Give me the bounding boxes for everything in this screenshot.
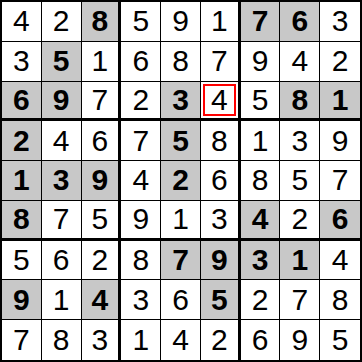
cell-r9c1[interactable]: 7	[2, 320, 42, 360]
cell-r3c1[interactable]: 6	[2, 82, 42, 122]
cell-r9c8[interactable]: 9	[280, 320, 320, 360]
cell-r8c1[interactable]: 9	[2, 280, 42, 320]
cell-r4c5[interactable]: 5	[161, 121, 201, 161]
cell-r8c7[interactable]: 2	[241, 280, 281, 320]
cell-r6c7[interactable]: 4	[241, 201, 281, 241]
cell-r6c9[interactable]: 6	[320, 201, 360, 241]
cell-r2c5[interactable]: 8	[161, 42, 201, 82]
cell-r1c6[interactable]: 1	[201, 2, 241, 42]
cell-r6c6[interactable]: 3	[201, 201, 241, 241]
cell-r9c9[interactable]: 5	[320, 320, 360, 360]
cell-r1c9[interactable]: 3	[320, 2, 360, 42]
cell-r3c6[interactable]: 4	[201, 82, 241, 122]
cell-r2c7[interactable]: 9	[241, 42, 281, 82]
cell-r9c3[interactable]: 3	[82, 320, 122, 360]
cell-r2c9[interactable]: 2	[320, 42, 360, 82]
cell-r9c5[interactable]: 4	[161, 320, 201, 360]
cell-r5c8[interactable]: 5	[280, 161, 320, 201]
cell-r9c2[interactable]: 8	[42, 320, 82, 360]
cell-r4c6[interactable]: 8	[201, 121, 241, 161]
cell-r3c2[interactable]: 9	[42, 82, 82, 122]
cell-r6c2[interactable]: 7	[42, 201, 82, 241]
cell-r9c4[interactable]: 1	[121, 320, 161, 360]
cell-r7c7[interactable]: 3	[241, 241, 281, 281]
cell-r1c1[interactable]: 4	[2, 2, 42, 42]
cell-r9c6[interactable]: 2	[201, 320, 241, 360]
cell-r4c2[interactable]: 4	[42, 121, 82, 161]
cell-r4c8[interactable]: 3	[280, 121, 320, 161]
cell-r5c5[interactable]: 2	[161, 161, 201, 201]
cell-r6c8[interactable]: 2	[280, 201, 320, 241]
cell-r4c7[interactable]: 1	[241, 121, 281, 161]
cell-r6c4[interactable]: 9	[121, 201, 161, 241]
cell-r8c4[interactable]: 3	[121, 280, 161, 320]
cell-r5c1[interactable]: 1	[2, 161, 42, 201]
cell-r1c4[interactable]: 5	[121, 2, 161, 42]
cell-r7c5[interactable]: 7	[161, 241, 201, 281]
cell-r7c8[interactable]: 1	[280, 241, 320, 281]
cell-r8c8[interactable]: 7	[280, 280, 320, 320]
cell-r2c8[interactable]: 4	[280, 42, 320, 82]
cell-r3c4[interactable]: 2	[121, 82, 161, 122]
cell-r2c1[interactable]: 3	[2, 42, 42, 82]
cell-r3c3[interactable]: 7	[82, 82, 122, 122]
cell-r8c3[interactable]: 4	[82, 280, 122, 320]
cell-r1c8[interactable]: 6	[280, 2, 320, 42]
cell-r9c7[interactable]: 6	[241, 320, 281, 360]
cell-r4c1[interactable]: 2	[2, 121, 42, 161]
cell-r4c3[interactable]: 6	[82, 121, 122, 161]
cell-r7c6[interactable]: 9	[201, 241, 241, 281]
cell-r3c8[interactable]: 8	[280, 82, 320, 122]
cell-r6c1[interactable]: 8	[2, 201, 42, 241]
cell-r2c6[interactable]: 7	[201, 42, 241, 82]
cell-r1c7[interactable]: 7	[241, 2, 281, 42]
cell-r1c3[interactable]: 8	[82, 2, 122, 42]
cell-r7c3[interactable]: 2	[82, 241, 122, 281]
cell-r2c3[interactable]: 1	[82, 42, 122, 82]
cell-r7c1[interactable]: 5	[2, 241, 42, 281]
cell-r3c5[interactable]: 3	[161, 82, 201, 122]
cell-r8c5[interactable]: 6	[161, 280, 201, 320]
cell-r5c4[interactable]: 4	[121, 161, 161, 201]
cell-r3c9[interactable]: 1	[320, 82, 360, 122]
cell-r7c9[interactable]: 4	[320, 241, 360, 281]
cell-r8c9[interactable]: 8	[320, 280, 360, 320]
cell-r6c3[interactable]: 5	[82, 201, 122, 241]
cell-r7c4[interactable]: 8	[121, 241, 161, 281]
cell-r2c4[interactable]: 6	[121, 42, 161, 82]
cell-r5c7[interactable]: 8	[241, 161, 281, 201]
cell-r7c2[interactable]: 6	[42, 241, 82, 281]
cell-r1c2[interactable]: 2	[42, 2, 82, 42]
cell-r5c6[interactable]: 6	[201, 161, 241, 201]
cell-r2c2[interactable]: 5	[42, 42, 82, 82]
cell-r5c2[interactable]: 3	[42, 161, 82, 201]
cell-r8c2[interactable]: 1	[42, 280, 82, 320]
cell-r3c7[interactable]: 5	[241, 82, 281, 122]
cell-r5c3[interactable]: 9	[82, 161, 122, 201]
cell-r6c5[interactable]: 1	[161, 201, 201, 241]
cell-r5c9[interactable]: 7	[320, 161, 360, 201]
cell-r1c5[interactable]: 9	[161, 2, 201, 42]
sudoku-board: 4285917633516879426972345812467581391394…	[0, 0, 362, 362]
cell-r4c9[interactable]: 9	[320, 121, 360, 161]
cell-r8c6[interactable]: 5	[201, 280, 241, 320]
cell-r4c4[interactable]: 7	[121, 121, 161, 161]
